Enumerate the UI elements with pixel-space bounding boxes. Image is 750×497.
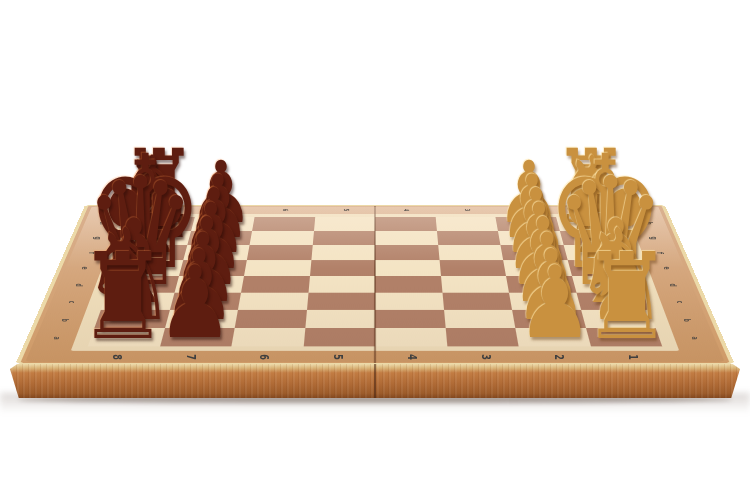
piece-black-rook-a8[interactable]: ♜ [77,237,168,356]
chess-photo-scene: 8877665544332211aabbccddeeffgghh ♜♟♟♜♞♟♟… [0,0,750,497]
piece-black-pawn-a7[interactable]: ♟ [157,254,233,354]
piece-white-rook-a1[interactable]: ♜ [582,237,673,356]
pieces-layer: ♜♟♟♜♞♟♟♞♝♟♟♝♚♟♟♚♛♟♟♛♝♟♟♝♞♟♟♞♜♟♟♜ [0,0,750,497]
